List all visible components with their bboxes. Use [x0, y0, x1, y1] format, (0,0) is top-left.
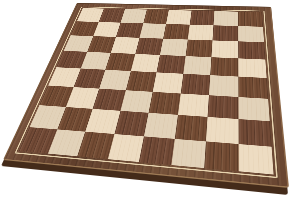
square-h5 — [238, 58, 267, 78]
square-d4 — [126, 71, 157, 92]
square-f4 — [180, 74, 210, 95]
square-f2 — [175, 115, 208, 141]
square-e8 — [166, 10, 191, 24]
square-f8 — [190, 11, 215, 26]
product-photo-stage — [0, 0, 300, 200]
square-g7 — [212, 25, 238, 41]
square-h7 — [238, 26, 264, 42]
square-e5 — [156, 55, 185, 74]
square-f7 — [188, 24, 214, 40]
square-h8 — [238, 12, 263, 27]
square-d7 — [139, 23, 166, 39]
square-g2 — [206, 117, 238, 144]
square-b6 — [87, 36, 116, 53]
square-f3 — [178, 93, 209, 117]
square-h3 — [238, 97, 270, 121]
square-e2 — [144, 113, 178, 139]
square-g1 — [204, 141, 238, 171]
square-g6 — [211, 40, 238, 58]
square-f5 — [183, 56, 211, 75]
square-d8 — [143, 10, 169, 24]
square-d2 — [114, 111, 148, 136]
chess-board — [3, 3, 289, 188]
square-d3 — [120, 90, 153, 113]
square-d5 — [131, 54, 160, 73]
square-d6 — [135, 38, 163, 55]
square-e7 — [163, 24, 189, 40]
square-c5 — [105, 53, 135, 71]
square-f6 — [185, 40, 212, 57]
square-h6 — [238, 41, 265, 59]
square-c1 — [77, 131, 114, 159]
square-h2 — [238, 119, 271, 146]
square-g5 — [210, 57, 238, 77]
square-e1 — [139, 136, 175, 165]
square-g4 — [209, 75, 238, 97]
square-g8 — [213, 11, 237, 26]
square-e6 — [160, 39, 188, 56]
square-h1 — [238, 144, 273, 175]
board-grid — [19, 8, 274, 174]
square-e4 — [153, 72, 183, 93]
square-h4 — [238, 77, 268, 99]
square-f1 — [171, 139, 206, 169]
square-g3 — [208, 95, 239, 119]
square-e3 — [149, 92, 181, 115]
